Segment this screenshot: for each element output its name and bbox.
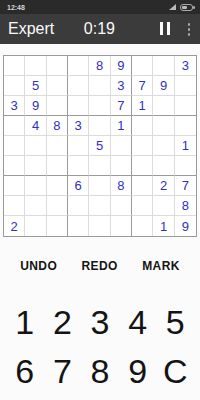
sudoku-cell-r6c8[interactable] <box>153 156 174 176</box>
sudoku-cell-r6c2[interactable] <box>25 156 46 176</box>
sudoku-cell-r5c7[interactable] <box>132 136 153 156</box>
sudoku-cell-r7c5[interactable] <box>89 176 110 196</box>
numpad-key-8[interactable]: 8 <box>91 354 110 388</box>
status-bar: 12:48 <box>0 0 200 14</box>
sudoku-cell-r3c8[interactable] <box>153 96 174 116</box>
numpad-key-4[interactable]: 4 <box>128 305 147 339</box>
status-icons <box>169 4 193 11</box>
sudoku-cell-r4c8[interactable] <box>153 116 174 136</box>
sudoku-cell-r5c1[interactable] <box>4 136 25 156</box>
sudoku-cell-r2c5[interactable] <box>89 76 110 96</box>
sudoku-cell-r1c1[interactable] <box>4 56 25 76</box>
numpad-key-6[interactable]: 6 <box>15 354 34 388</box>
sudoku-cell-r3c2[interactable]: 9 <box>25 96 46 116</box>
clock: 12:48 <box>7 4 25 11</box>
sudoku-cell-r1c9[interactable]: 3 <box>175 56 196 76</box>
sudoku-cell-r9c4[interactable] <box>68 216 89 236</box>
sudoku-cell-r8c1[interactable] <box>4 196 25 216</box>
sudoku-cell-r9c7[interactable] <box>132 216 153 236</box>
sudoku-cell-r1c3[interactable] <box>47 56 68 76</box>
app-bar: Expert 0:19 <box>0 14 200 44</box>
sudoku-cell-r6c3[interactable] <box>47 156 68 176</box>
sudoku-cell-r5c9[interactable]: 1 <box>175 136 196 156</box>
sudoku-cell-r2c7[interactable]: 7 <box>132 76 153 96</box>
sudoku-cell-r8c7[interactable] <box>132 196 153 216</box>
numpad-key-9[interactable]: 9 <box>128 354 147 388</box>
sudoku-cell-r2c8[interactable]: 9 <box>153 76 174 96</box>
sudoku-cell-r4c9[interactable] <box>175 116 196 136</box>
battery-icon <box>180 4 193 11</box>
sudoku-cell-r4c2[interactable]: 4 <box>25 116 46 136</box>
sudoku-cell-r9c8[interactable]: 1 <box>153 216 174 236</box>
sudoku-cell-r2c2[interactable]: 5 <box>25 76 46 96</box>
game-timer: 0:19 <box>84 20 115 38</box>
sudoku-cell-r3c9[interactable] <box>175 96 196 116</box>
sudoku-cell-r1c8[interactable] <box>153 56 174 76</box>
sudoku-cell-r4c4[interactable]: 3 <box>68 116 89 136</box>
sudoku-cell-r4c7[interactable] <box>132 116 153 136</box>
undo-button[interactable]: UNDO <box>14 258 63 274</box>
sudoku-cell-r2c9[interactable] <box>175 76 196 96</box>
number-pad: 123456789C <box>0 305 200 388</box>
sudoku-cell-r4c5[interactable] <box>89 116 110 136</box>
sudoku-cell-r8c4[interactable] <box>68 196 89 216</box>
sudoku-cell-r3c1[interactable]: 3 <box>4 96 25 116</box>
sudoku-cell-r7c1[interactable] <box>4 176 25 196</box>
sudoku-cell-r6c5[interactable] <box>89 156 110 176</box>
sudoku-cell-r5c6[interactable] <box>111 136 132 156</box>
numpad-key-3[interactable]: 3 <box>91 305 110 339</box>
sudoku-cell-r9c1[interactable]: 2 <box>4 216 25 236</box>
numpad-key-7[interactable]: 7 <box>53 354 72 388</box>
sudoku-cell-r3c5[interactable] <box>89 96 110 116</box>
sudoku-cell-r9c3[interactable] <box>47 216 68 236</box>
sudoku-cell-r9c5[interactable] <box>89 216 110 236</box>
sudoku-cell-r8c6[interactable] <box>111 196 132 216</box>
menu-icon[interactable] <box>187 22 192 37</box>
numpad-key-2[interactable]: 2 <box>53 305 72 339</box>
sudoku-cell-r4c1[interactable] <box>4 116 25 136</box>
numpad-key-5[interactable]: 5 <box>166 305 185 339</box>
sudoku-cell-r1c5[interactable]: 8 <box>89 56 110 76</box>
sudoku-cell-r5c8[interactable] <box>153 136 174 156</box>
action-row: UNDO REDO MARK <box>0 258 200 274</box>
numpad-key-1[interactable]: 1 <box>15 305 34 339</box>
sudoku-cell-r7c3[interactable] <box>47 176 68 196</box>
sudoku-cell-r9c6[interactable] <box>111 216 132 236</box>
signal-icon <box>169 4 176 10</box>
sudoku-cell-r2c4[interactable] <box>68 76 89 96</box>
sudoku-cell-r9c9[interactable]: 9 <box>175 216 196 236</box>
mark-button[interactable]: MARK <box>136 258 186 274</box>
sudoku-cell-r1c7[interactable] <box>132 56 153 76</box>
sudoku-cell-r6c6[interactable] <box>111 156 132 176</box>
sudoku-cell-r3c7[interactable]: 1 <box>132 96 153 116</box>
sudoku-cell-r2c1[interactable] <box>4 76 25 96</box>
sudoku-cell-r6c9[interactable] <box>175 156 196 176</box>
redo-button[interactable]: REDO <box>76 258 124 274</box>
sudoku-cell-r1c2[interactable] <box>25 56 46 76</box>
sudoku-cell-r7c6[interactable]: 8 <box>111 176 132 196</box>
sudoku-cell-r3c4[interactable] <box>68 96 89 116</box>
pause-icon[interactable] <box>160 22 170 35</box>
sudoku-cell-r3c3[interactable] <box>47 96 68 116</box>
sudoku-cell-r9c2[interactable] <box>25 216 46 236</box>
numpad-key-clear[interactable]: C <box>163 354 188 388</box>
sudoku-cell-r7c4[interactable]: 6 <box>68 176 89 196</box>
sudoku-cell-r8c2[interactable] <box>25 196 46 216</box>
sudoku-cell-r6c4[interactable] <box>68 156 89 176</box>
sudoku-cell-r5c2[interactable] <box>25 136 46 156</box>
sudoku-cell-r2c6[interactable]: 3 <box>111 76 132 96</box>
sudoku-cell-r8c5[interactable] <box>89 196 110 216</box>
sudoku-cell-r7c8[interactable]: 2 <box>153 176 174 196</box>
sudoku-cell-r6c1[interactable] <box>4 156 25 176</box>
sudoku-cell-r1c4[interactable] <box>68 56 89 76</box>
sudoku-board: 8935379397148315168278219 <box>3 55 197 237</box>
sudoku-cell-r7c2[interactable] <box>25 176 46 196</box>
sudoku-cell-r7c9[interactable]: 7 <box>175 176 196 196</box>
sudoku-cell-r5c4[interactable] <box>68 136 89 156</box>
sudoku-cell-r7c7[interactable] <box>132 176 153 196</box>
sudoku-cell-r4c6[interactable]: 1 <box>111 116 132 136</box>
sudoku-cell-r3c6[interactable]: 7 <box>111 96 132 116</box>
sudoku-cell-r4c3[interactable]: 8 <box>47 116 68 136</box>
sudoku-cell-r8c8[interactable] <box>153 196 174 216</box>
difficulty-label: Expert <box>8 20 54 38</box>
sudoku-cell-r1c6[interactable]: 9 <box>111 56 132 76</box>
sudoku-cell-r8c9[interactable]: 8 <box>175 196 196 216</box>
sudoku-cell-r5c3[interactable] <box>47 136 68 156</box>
sudoku-cell-r2c3[interactable] <box>47 76 68 96</box>
sudoku-cell-r5c5[interactable]: 5 <box>89 136 110 156</box>
sudoku-cell-r6c7[interactable] <box>132 156 153 176</box>
sudoku-cell-r8c3[interactable] <box>47 196 68 216</box>
